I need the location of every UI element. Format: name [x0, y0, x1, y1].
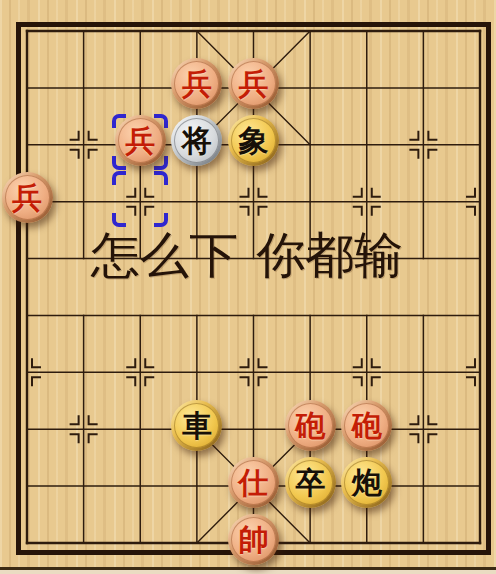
piece-glyph: 象 [228, 115, 279, 166]
piece-red-soldier[interactable]: 兵 [115, 115, 166, 166]
piece-glyph: 帥 [228, 514, 279, 565]
piece-red-cannon[interactable]: 砲 [341, 400, 392, 451]
piece-red-general[interactable]: 帥 [228, 514, 279, 565]
piece-black-cannon[interactable]: 炮 [341, 457, 392, 508]
piece-glyph: 兵 [115, 115, 166, 166]
piece-red-soldier[interactable]: 兵 [228, 58, 279, 109]
piece-black-general[interactable]: 将 [171, 115, 222, 166]
piece-glyph: 兵 [228, 58, 279, 109]
piece-glyph: 将 [171, 115, 222, 166]
pieces-layer: 兵兵兵将象兵車砲砲仕卒炮帥 [0, 0, 496, 574]
piece-glyph: 砲 [285, 400, 336, 451]
piece-black-soldier[interactable]: 卒 [285, 457, 336, 508]
piece-red-soldier[interactable]: 兵 [2, 172, 53, 223]
piece-black-elephant[interactable]: 象 [228, 115, 279, 166]
piece-glyph: 卒 [285, 457, 336, 508]
piece-glyph: 砲 [341, 400, 392, 451]
piece-glyph: 仕 [228, 457, 279, 508]
xiangqi-board[interactable]: 怎么下 你都输 兵兵兵将象兵車砲砲仕卒炮帥 [0, 0, 496, 574]
piece-glyph: 車 [171, 400, 222, 451]
piece-glyph: 炮 [341, 457, 392, 508]
piece-glyph: 兵 [2, 172, 53, 223]
piece-red-soldier[interactable]: 兵 [171, 58, 222, 109]
piece-glyph: 兵 [171, 58, 222, 109]
piece-red-advisor[interactable]: 仕 [228, 457, 279, 508]
piece-red-cannon[interactable]: 砲 [285, 400, 336, 451]
piece-black-chariot[interactable]: 車 [171, 400, 222, 451]
